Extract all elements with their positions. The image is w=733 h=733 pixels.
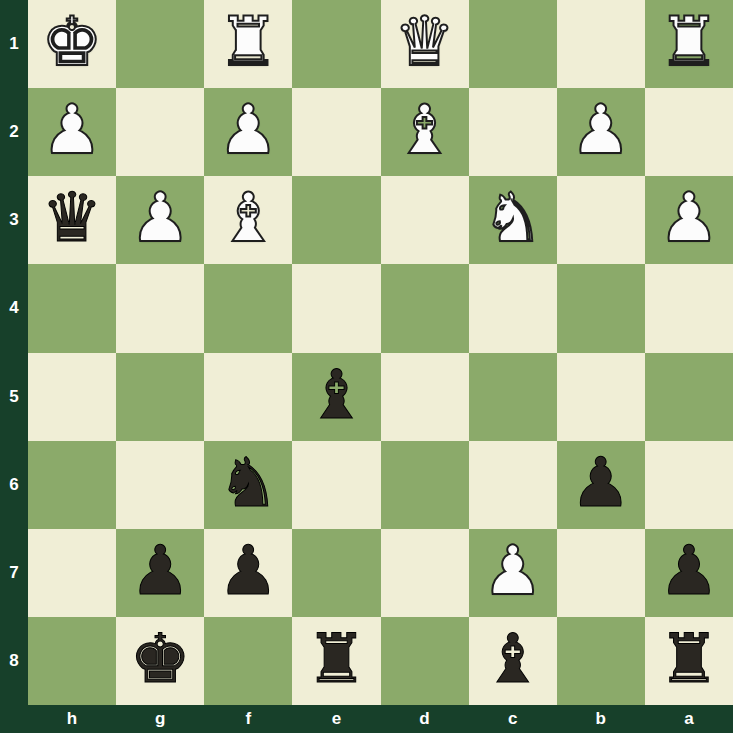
file-label-c: c xyxy=(469,705,557,733)
piece-black-rook: ♜ xyxy=(306,625,367,693)
square-b4[interactable] xyxy=(557,264,645,352)
square-f4[interactable] xyxy=(204,264,292,352)
square-b3[interactable] xyxy=(557,176,645,264)
square-d2[interactable]: ♝ xyxy=(381,88,469,176)
square-g6[interactable] xyxy=(116,441,204,529)
square-f8[interactable] xyxy=(204,617,292,705)
rank-label-1: 1 xyxy=(0,0,28,88)
square-c2[interactable] xyxy=(469,88,557,176)
square-c5[interactable] xyxy=(469,353,557,441)
piece-white-bishop: ♝ xyxy=(218,184,279,252)
square-a2[interactable] xyxy=(645,88,733,176)
file-label-h: h xyxy=(28,705,116,733)
file-label-e: e xyxy=(292,705,380,733)
square-a3[interactable]: ♟ xyxy=(645,176,733,264)
square-g4[interactable] xyxy=(116,264,204,352)
piece-white-knight: ♞ xyxy=(482,184,543,252)
piece-black-pawn: ♟ xyxy=(658,537,719,605)
rank-label-6: 6 xyxy=(0,441,28,529)
square-e4[interactable] xyxy=(292,264,380,352)
piece-black-rook: ♜ xyxy=(658,625,719,693)
frame-corner xyxy=(0,705,28,733)
square-a7[interactable]: ♟ xyxy=(645,529,733,617)
square-b8[interactable] xyxy=(557,617,645,705)
square-h3[interactable]: ♛ xyxy=(28,176,116,264)
square-d5[interactable] xyxy=(381,353,469,441)
square-a6[interactable] xyxy=(645,441,733,529)
square-h5[interactable] xyxy=(28,353,116,441)
square-g2[interactable] xyxy=(116,88,204,176)
square-g7[interactable]: ♟ xyxy=(116,529,204,617)
square-d8[interactable] xyxy=(381,617,469,705)
piece-white-pawn: ♟ xyxy=(482,537,543,605)
square-d1[interactable]: ♛ xyxy=(381,0,469,88)
piece-black-pawn: ♟ xyxy=(570,449,631,517)
file-label-d: d xyxy=(381,705,469,733)
square-e3[interactable] xyxy=(292,176,380,264)
square-h2[interactable]: ♟ xyxy=(28,88,116,176)
piece-black-knight: ♞ xyxy=(218,449,279,517)
piece-white-queen: ♛ xyxy=(394,8,455,76)
square-a8[interactable]: ♜ xyxy=(645,617,733,705)
square-f3[interactable]: ♝ xyxy=(204,176,292,264)
square-e7[interactable] xyxy=(292,529,380,617)
square-d6[interactable] xyxy=(381,441,469,529)
piece-black-bishop: ♝ xyxy=(306,361,367,429)
square-b6[interactable]: ♟ xyxy=(557,441,645,529)
piece-black-pawn: ♟ xyxy=(218,537,279,605)
square-g3[interactable]: ♟ xyxy=(116,176,204,264)
piece-white-pawn: ♟ xyxy=(130,184,191,252)
square-a4[interactable] xyxy=(645,264,733,352)
square-f6[interactable]: ♞ xyxy=(204,441,292,529)
square-g8[interactable]: ♚ xyxy=(116,617,204,705)
square-f7[interactable]: ♟ xyxy=(204,529,292,617)
square-b7[interactable] xyxy=(557,529,645,617)
square-d7[interactable] xyxy=(381,529,469,617)
square-e6[interactable] xyxy=(292,441,380,529)
rank-label-3: 3 xyxy=(0,176,28,264)
square-b1[interactable] xyxy=(557,0,645,88)
square-d3[interactable] xyxy=(381,176,469,264)
rank-label-5: 5 xyxy=(0,353,28,441)
file-label-a: a xyxy=(645,705,733,733)
square-d4[interactable] xyxy=(381,264,469,352)
square-e8[interactable]: ♜ xyxy=(292,617,380,705)
square-f5[interactable] xyxy=(204,353,292,441)
square-f2[interactable]: ♟ xyxy=(204,88,292,176)
piece-white-rook: ♜ xyxy=(658,8,719,76)
square-e2[interactable] xyxy=(292,88,380,176)
piece-white-pawn: ♟ xyxy=(218,96,279,164)
square-f1[interactable]: ♜ xyxy=(204,0,292,88)
square-b5[interactable] xyxy=(557,353,645,441)
square-a5[interactable] xyxy=(645,353,733,441)
square-c3[interactable]: ♞ xyxy=(469,176,557,264)
square-h1[interactable]: ♚ xyxy=(28,0,116,88)
piece-white-pawn: ♟ xyxy=(42,96,103,164)
square-b2[interactable]: ♟ xyxy=(557,88,645,176)
piece-white-pawn: ♟ xyxy=(570,96,631,164)
rank-label-8: 8 xyxy=(0,617,28,705)
square-e5[interactable]: ♝ xyxy=(292,353,380,441)
square-g5[interactable] xyxy=(116,353,204,441)
square-h4[interactable] xyxy=(28,264,116,352)
square-c7[interactable]: ♟ xyxy=(469,529,557,617)
file-label-b: b xyxy=(557,705,645,733)
square-c8[interactable]: ♝ xyxy=(469,617,557,705)
square-c4[interactable] xyxy=(469,264,557,352)
piece-black-pawn: ♟ xyxy=(130,537,191,605)
piece-black-bishop: ♝ xyxy=(482,625,543,693)
rank-label-7: 7 xyxy=(0,529,28,617)
piece-white-king: ♚ xyxy=(42,8,103,76)
file-label-g: g xyxy=(116,705,204,733)
square-c1[interactable] xyxy=(469,0,557,88)
square-c6[interactable] xyxy=(469,441,557,529)
square-g1[interactable] xyxy=(116,0,204,88)
square-h7[interactable] xyxy=(28,529,116,617)
square-a1[interactable]: ♜ xyxy=(645,0,733,88)
square-h6[interactable] xyxy=(28,441,116,529)
piece-black-queen: ♛ xyxy=(42,184,103,252)
rank-label-4: 4 xyxy=(0,264,28,352)
square-e1[interactable] xyxy=(292,0,380,88)
file-label-f: f xyxy=(204,705,292,733)
piece-white-bishop: ♝ xyxy=(394,96,455,164)
chess-board: 1♚♜♛♜2♟♟♝♟3♛♟♝♞♟45♝6♞♟7♟♟♟♟8♚♜♝♜hgfedcba xyxy=(0,0,733,733)
piece-white-pawn: ♟ xyxy=(658,184,719,252)
square-h8[interactable] xyxy=(28,617,116,705)
rank-label-2: 2 xyxy=(0,88,28,176)
piece-black-king: ♚ xyxy=(130,625,191,693)
piece-white-rook: ♜ xyxy=(218,8,279,76)
